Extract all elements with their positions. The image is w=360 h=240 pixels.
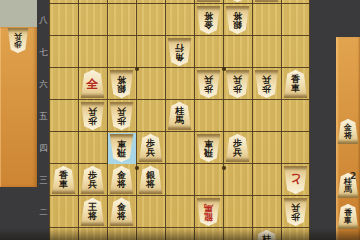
piece-kanji: 兵 [204,75,213,84]
square-9八[interactable] [281,4,310,36]
piece-と-6九[interactable]: と [196,0,221,2]
piece-kanji: 歩 [88,116,97,125]
square-4五[interactable] [136,100,165,132]
rank-label-八: 八 [38,15,49,25]
piece-kanji: 兵 [146,148,155,157]
square-8七[interactable] [252,36,281,68]
square-8五[interactable] [252,100,281,132]
square-5三[interactable] [165,164,194,196]
piece-kanji: 将 [204,11,213,20]
square-4八[interactable] [136,4,165,36]
piece-kanji: 馬 [344,186,352,194]
piece-kanji: 兵 [14,33,22,41]
shogi-app-screen: と玉将と金将銀将角行全銀将歩兵歩兵歩兵香車歩兵歩兵桂馬飛車歩兵飛車歩兵香車歩兵金… [0,0,360,240]
piece-kanji: 車 [291,84,300,93]
square-6三[interactable] [194,164,223,196]
rank-label-四: 四 [38,143,49,153]
piece-kanji: 兵 [117,107,126,116]
piece-kanji: 全 [87,78,99,90]
square-1五[interactable] [49,100,78,132]
piece-kanji: 兵 [233,148,242,157]
rank-label-五: 五 [38,111,49,121]
piece-kanji: 金 [204,20,213,29]
square-5一[interactable] [165,228,194,240]
square-4六[interactable] [136,68,165,100]
piece-kanji: 銀 [117,84,126,93]
piece-kanji: 歩 [117,116,126,125]
square-3一[interactable] [107,228,136,240]
piece-kanji: 飛 [204,148,213,157]
piece-kanji: 将 [146,180,155,189]
gote-hand-knight-count: 2 [350,171,356,181]
square-2一[interactable] [78,228,107,240]
piece-kanji: 歩 [233,84,242,93]
square-1八[interactable] [49,4,78,36]
piece-kanji: 将 [117,75,126,84]
piece-kanji: 兵 [88,180,97,189]
piece-kanji: 桂 [262,235,271,240]
piece-kanji: 龍 [204,212,213,221]
rank-label-三: 三 [38,175,49,185]
square-8八[interactable] [252,4,281,36]
piece-kanji: 車 [117,139,126,148]
square-1一[interactable] [49,228,78,240]
piece-kanji: 兵 [233,75,242,84]
square-2七[interactable] [78,36,107,68]
square-7二[interactable] [223,196,252,228]
piece-kanji: 将 [117,180,126,189]
square-7五[interactable] [223,100,252,132]
square-5二[interactable] [165,196,194,228]
shogi-board[interactable]: と玉将と金将銀将角行全銀将歩兵歩兵歩兵香車歩兵歩兵桂馬飛車歩兵飛車歩兵香車歩兵金… [49,0,310,240]
piece-kanji: 馬 [175,116,184,125]
square-6七[interactable] [194,36,223,68]
square-5八[interactable] [165,4,194,36]
square-8三[interactable] [252,164,281,196]
rank-label-六: 六 [38,79,49,89]
piece-kanji: 将 [117,212,126,221]
square-5六[interactable] [165,68,194,100]
square-2四[interactable] [78,132,107,164]
piece-kanji: 車 [344,217,352,225]
piece-kanji: と [289,174,301,186]
piece-kanji: 歩 [204,84,213,93]
piece-kanji: 飛 [117,148,126,157]
square-9四[interactable] [281,132,310,164]
square-9一[interactable] [281,228,310,240]
square-4二[interactable] [136,196,165,228]
piece-kanji: 角 [175,52,184,61]
square-6一[interactable] [194,228,223,240]
square-1六[interactable] [49,68,78,100]
square-1七[interactable] [49,36,78,68]
square-1二[interactable] [49,196,78,228]
piece-kanji: 兵 [262,75,271,84]
square-7三[interactable] [223,164,252,196]
piece-kanji: 歩 [262,84,271,93]
square-9七[interactable] [281,36,310,68]
square-1四[interactable] [49,132,78,164]
piece-kanji: 馬 [204,203,213,212]
piece-kanji: 兵 [291,203,300,212]
square-6五[interactable] [194,100,223,132]
square-7一[interactable] [223,228,252,240]
square-8四[interactable] [252,132,281,164]
piece-kanji: 銀 [233,20,242,29]
rank-label-二: 二 [38,207,49,217]
piece-kanji: 行 [175,43,184,52]
square-2八[interactable] [78,4,107,36]
piece-kanji: 将 [233,11,242,20]
square-5四[interactable] [165,132,194,164]
piece-kanji: 将 [88,212,97,221]
square-7七[interactable] [223,36,252,68]
square-3八[interactable] [107,4,136,36]
square-4一[interactable] [136,228,165,240]
piece-kanji: 兵 [88,107,97,116]
square-9五[interactable] [281,100,310,132]
piece-kanji: 車 [59,180,68,189]
sente-hand-tray-pad [0,0,37,27]
piece-kanji: 車 [204,139,213,148]
square-8二[interactable] [252,196,281,228]
rank-label-七: 七 [38,47,49,57]
piece-kanji: 歩 [291,212,300,221]
piece-と-8九[interactable]: と [254,0,279,2]
square-3七[interactable] [107,36,136,68]
piece-kanji: 将 [344,132,352,140]
square-4七[interactable] [136,36,165,68]
